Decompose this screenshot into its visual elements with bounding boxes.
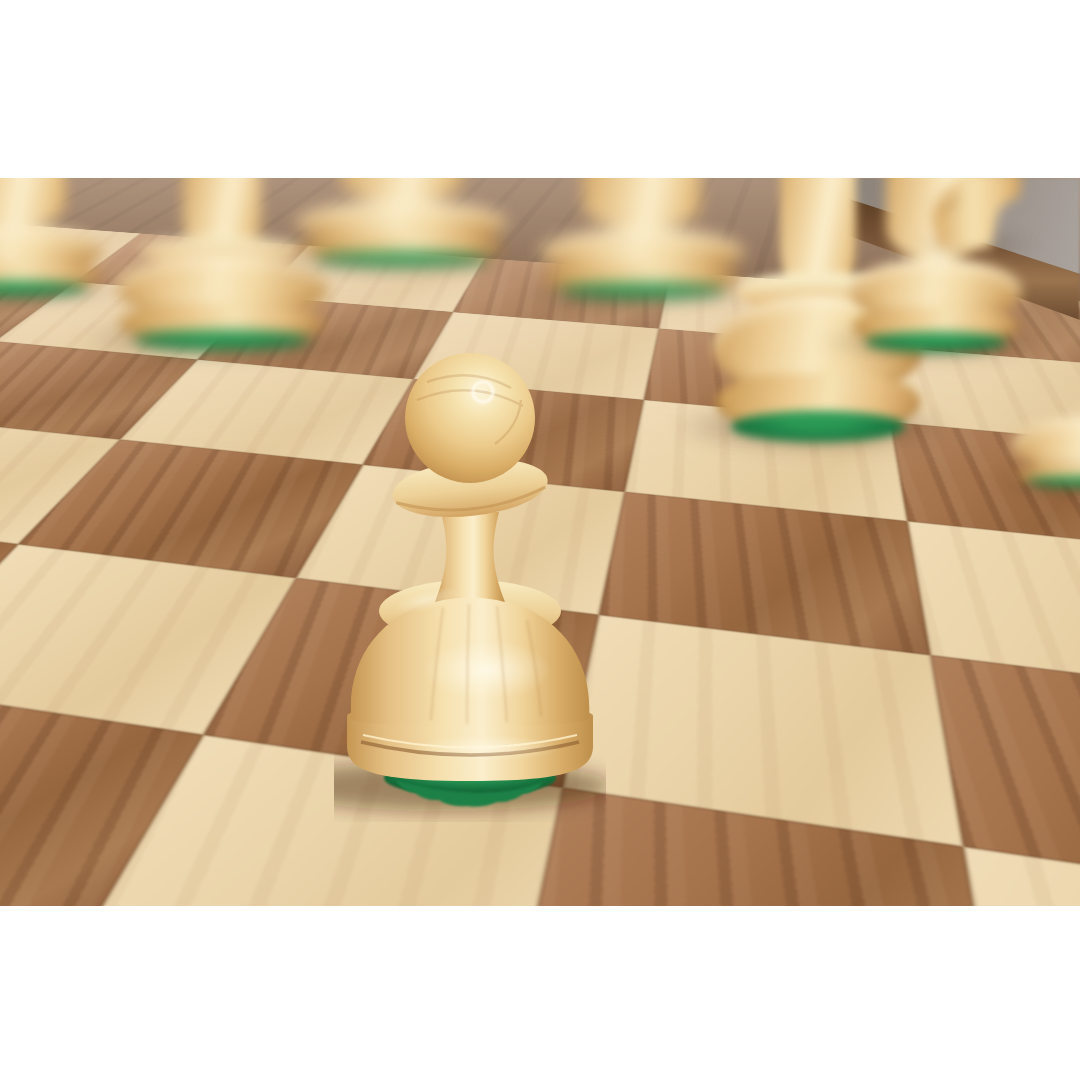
bg-piece-c7-queen — [296, 178, 508, 266]
bg-piece-a6-pawn — [0, 178, 105, 296]
bg-piece-h5-pawn-bulge — [1012, 417, 1080, 472]
bg-piece-h5-pawn — [1012, 392, 1080, 487]
chess-product-photo — [0, 0, 1080, 1080]
bg-piece-b6-pawn-felt — [134, 330, 310, 351]
focal-white-pawn — [334, 348, 606, 822]
bg-piece-a6-pawn-stem — [0, 178, 66, 227]
white-letterbox-top — [0, 0, 1080, 178]
bg-piece-g6-pawn-felt — [865, 332, 1006, 352]
white-letterbox-bottom — [0, 906, 1080, 1080]
bg-piece-e7-pawn-felt — [558, 283, 726, 298]
bg-piece-c7-queen-felt — [315, 252, 489, 266]
bg-piece-c7-queen-stem — [341, 178, 464, 202]
bg-piece-h8-knight — [930, 178, 1025, 248]
photo-scene — [0, 178, 1080, 906]
bg-piece-e7-pawn-stem — [583, 178, 702, 229]
pawn-base-highlight — [413, 735, 561, 761]
knight-head-silhouette — [930, 178, 1025, 248]
bg-piece-f6-pawn-felt — [731, 411, 905, 442]
